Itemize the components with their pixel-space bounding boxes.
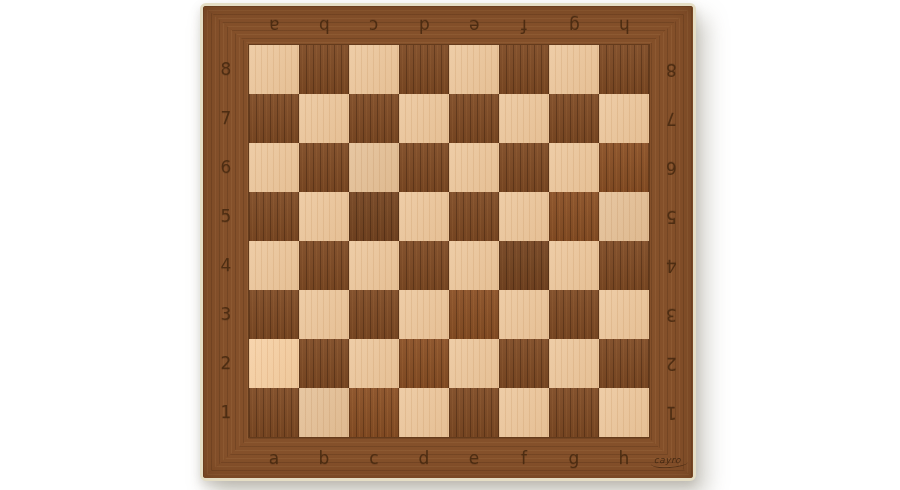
square-c8[interactable] (349, 45, 399, 94)
coord-label: h (619, 17, 630, 34)
square-c2[interactable] (349, 339, 399, 388)
coord-label: 6 (221, 159, 232, 176)
file-labels-bottom: abcdefgh (249, 438, 649, 478)
square-e6[interactable] (449, 143, 499, 192)
square-g8[interactable] (549, 45, 599, 94)
coord-label: 3 (666, 306, 677, 323)
chess-board: abcdefgh abcdefgh 87654321 87654321 cayr… (200, 3, 696, 481)
square-h6[interactable] (599, 143, 649, 192)
coord-label: 2 (221, 355, 232, 372)
square-e4[interactable] (449, 241, 499, 290)
square-f3[interactable] (499, 290, 549, 339)
board-frame: abcdefgh abcdefgh 87654321 87654321 cayr… (203, 6, 693, 478)
rank-labels-right: 87654321 (649, 45, 693, 437)
square-h3[interactable] (599, 290, 649, 339)
square-d3[interactable] (399, 290, 449, 339)
coord-label: 8 (666, 61, 677, 78)
square-h5[interactable] (599, 192, 649, 241)
coord-label: 4 (666, 257, 677, 274)
square-c4[interactable] (349, 241, 399, 290)
square-g2[interactable] (549, 339, 599, 388)
square-a8[interactable] (249, 45, 299, 94)
square-c6[interactable] (349, 143, 399, 192)
coord-label: 7 (666, 110, 677, 127)
coord-label: 7 (221, 110, 232, 127)
coord-label: b (319, 17, 330, 34)
square-e2[interactable] (449, 339, 499, 388)
square-g4[interactable] (549, 241, 599, 290)
square-a7[interactable] (249, 94, 299, 143)
square-a5[interactable] (249, 192, 299, 241)
coord-label: 1 (666, 404, 677, 421)
coord-label: a (269, 17, 279, 34)
square-e5[interactable] (449, 192, 499, 241)
square-e7[interactable] (449, 94, 499, 143)
coord-label: d (419, 450, 430, 467)
coord-label: 6 (666, 159, 677, 176)
square-h4[interactable] (599, 241, 649, 290)
square-g1[interactable] (549, 388, 599, 437)
square-b4[interactable] (299, 241, 349, 290)
coord-label: e (469, 450, 479, 467)
square-d6[interactable] (399, 143, 449, 192)
coord-label: f (521, 17, 527, 34)
square-f2[interactable] (499, 339, 549, 388)
square-f6[interactable] (499, 143, 549, 192)
coord-label: 1 (221, 404, 232, 421)
square-a3[interactable] (249, 290, 299, 339)
coord-label: g (569, 450, 580, 467)
coord-label: h (619, 450, 630, 467)
square-d5[interactable] (399, 192, 449, 241)
coord-label: b (319, 450, 330, 467)
square-h1[interactable] (599, 388, 649, 437)
square-d4[interactable] (399, 241, 449, 290)
square-f5[interactable] (499, 192, 549, 241)
square-b8[interactable] (299, 45, 349, 94)
square-e3[interactable] (449, 290, 499, 339)
square-b3[interactable] (299, 290, 349, 339)
coord-label: a (269, 450, 279, 467)
file-labels-top: abcdefgh (249, 6, 649, 45)
square-d1[interactable] (399, 388, 449, 437)
coord-label: 5 (221, 208, 232, 225)
square-g7[interactable] (549, 94, 599, 143)
square-a1[interactable] (249, 388, 299, 437)
square-b2[interactable] (299, 339, 349, 388)
square-g6[interactable] (549, 143, 599, 192)
square-f7[interactable] (499, 94, 549, 143)
square-a4[interactable] (249, 241, 299, 290)
coord-label: 8 (221, 61, 232, 78)
square-d8[interactable] (399, 45, 449, 94)
square-g5[interactable] (549, 192, 599, 241)
coord-label: c (369, 450, 378, 467)
coord-label: g (569, 17, 580, 34)
rank-labels-left: 87654321 (203, 45, 249, 437)
square-h7[interactable] (599, 94, 649, 143)
square-g3[interactable] (549, 290, 599, 339)
square-c3[interactable] (349, 290, 399, 339)
square-b7[interactable] (299, 94, 349, 143)
coord-label: e (469, 17, 479, 34)
square-h8[interactable] (599, 45, 649, 94)
coord-label: f (521, 450, 527, 467)
coord-label: 5 (666, 208, 677, 225)
square-a2[interactable] (249, 339, 299, 388)
coord-label: d (419, 17, 430, 34)
square-a6[interactable] (249, 143, 299, 192)
square-h2[interactable] (599, 339, 649, 388)
square-d2[interactable] (399, 339, 449, 388)
square-b5[interactable] (299, 192, 349, 241)
brand-logo: cayro (654, 455, 681, 465)
square-c1[interactable] (349, 388, 399, 437)
square-f8[interactable] (499, 45, 549, 94)
square-e1[interactable] (449, 388, 499, 437)
square-f4[interactable] (499, 241, 549, 290)
square-b6[interactable] (299, 143, 349, 192)
square-c7[interactable] (349, 94, 399, 143)
square-d7[interactable] (399, 94, 449, 143)
page-background: abcdefgh abcdefgh 87654321 87654321 cayr… (0, 0, 900, 490)
coord-label: 2 (666, 355, 677, 372)
coord-label: 4 (221, 257, 232, 274)
board-field (249, 45, 649, 437)
square-c5[interactable] (349, 192, 399, 241)
square-b1[interactable] (299, 388, 349, 437)
coord-label: 3 (221, 306, 232, 323)
square-f1[interactable] (499, 388, 549, 437)
coord-label: c (369, 17, 378, 34)
square-e8[interactable] (449, 45, 499, 94)
